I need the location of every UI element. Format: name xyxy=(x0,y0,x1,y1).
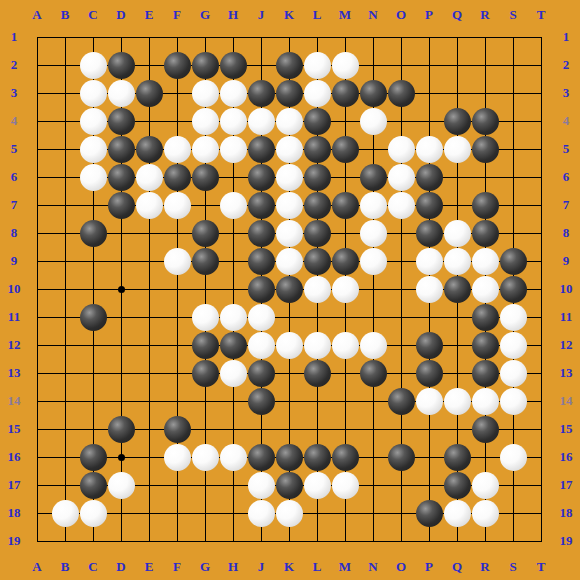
white-stone xyxy=(80,80,107,107)
white-stone xyxy=(444,220,471,247)
white-stone xyxy=(248,332,275,359)
hoshi-point xyxy=(118,286,125,293)
black-stone xyxy=(416,164,443,191)
coordinate-label-col-F: F xyxy=(165,7,189,23)
white-stone xyxy=(164,136,191,163)
black-stone xyxy=(192,332,219,359)
white-stone xyxy=(304,276,331,303)
white-stone xyxy=(360,192,387,219)
coordinate-label-col-A: A xyxy=(25,7,49,23)
white-stone xyxy=(500,304,527,331)
white-stone xyxy=(444,388,471,415)
black-stone xyxy=(80,444,107,471)
coordinate-label-row-8: 8 xyxy=(2,225,26,241)
coordinate-label-row-19: 19 xyxy=(554,533,578,549)
white-stone xyxy=(108,472,135,499)
go-app-window: AABBCCDDEEFFGGHHJJKKLLMMNNOOPPQQRRSSTT11… xyxy=(0,0,580,580)
white-stone xyxy=(80,164,107,191)
white-stone xyxy=(80,52,107,79)
white-stone xyxy=(500,360,527,387)
coordinate-label-row-10: 10 xyxy=(554,281,578,297)
coordinate-label-row-7: 7 xyxy=(2,197,26,213)
white-stone xyxy=(304,332,331,359)
black-stone xyxy=(416,500,443,527)
black-stone xyxy=(332,136,359,163)
black-stone xyxy=(248,444,275,471)
black-stone xyxy=(304,248,331,275)
coordinate-label-row-18: 18 xyxy=(554,505,578,521)
white-stone xyxy=(164,444,191,471)
coordinate-label-col-S: S xyxy=(501,559,525,575)
black-stone xyxy=(472,220,499,247)
black-stone xyxy=(360,360,387,387)
white-stone xyxy=(500,444,527,471)
black-stone xyxy=(248,276,275,303)
white-stone xyxy=(332,276,359,303)
black-stone xyxy=(472,192,499,219)
white-stone xyxy=(472,248,499,275)
coordinate-label-col-O: O xyxy=(389,7,413,23)
white-stone xyxy=(332,52,359,79)
coordinate-label-row-14: 14 xyxy=(554,393,578,409)
black-stone xyxy=(416,192,443,219)
coordinate-label-col-H: H xyxy=(221,7,245,23)
black-stone xyxy=(332,248,359,275)
coordinate-label-col-K: K xyxy=(277,559,301,575)
white-stone xyxy=(388,192,415,219)
white-stone xyxy=(192,304,219,331)
black-stone xyxy=(332,192,359,219)
black-stone xyxy=(500,276,527,303)
white-stone xyxy=(276,108,303,135)
white-stone xyxy=(220,192,247,219)
white-stone xyxy=(444,248,471,275)
black-stone xyxy=(108,164,135,191)
black-stone xyxy=(136,80,163,107)
coordinate-label-col-G: G xyxy=(193,7,217,23)
white-stone xyxy=(220,136,247,163)
black-stone xyxy=(248,220,275,247)
black-stone xyxy=(164,52,191,79)
coordinate-label-col-R: R xyxy=(473,559,497,575)
coordinate-label-row-13: 13 xyxy=(554,365,578,381)
white-stone xyxy=(136,192,163,219)
coordinate-label-row-1: 1 xyxy=(2,29,26,45)
white-stone xyxy=(136,164,163,191)
black-stone xyxy=(472,360,499,387)
white-stone xyxy=(192,108,219,135)
coordinate-label-col-L: L xyxy=(305,559,329,575)
coordinate-label-col-H: H xyxy=(221,559,245,575)
coordinate-label-col-S: S xyxy=(501,7,525,23)
coordinate-label-row-9: 9 xyxy=(2,253,26,269)
coordinate-label-row-10: 10 xyxy=(2,281,26,297)
white-stone xyxy=(472,472,499,499)
white-stone xyxy=(416,248,443,275)
white-stone xyxy=(276,136,303,163)
white-stone xyxy=(52,500,79,527)
coordinate-label-col-K: K xyxy=(277,7,301,23)
black-stone xyxy=(276,444,303,471)
black-stone xyxy=(472,332,499,359)
white-stone xyxy=(192,80,219,107)
coordinate-label-col-D: D xyxy=(109,7,133,23)
black-stone xyxy=(276,276,303,303)
coordinate-label-row-15: 15 xyxy=(2,421,26,437)
white-stone xyxy=(220,304,247,331)
black-stone xyxy=(164,416,191,443)
black-stone xyxy=(248,248,275,275)
black-stone xyxy=(248,80,275,107)
white-stone xyxy=(248,472,275,499)
coordinate-label-col-M: M xyxy=(333,7,357,23)
black-stone xyxy=(416,332,443,359)
coordinate-label-row-9: 9 xyxy=(554,253,578,269)
black-stone xyxy=(192,52,219,79)
coordinate-label-col-T: T xyxy=(529,559,553,575)
white-stone xyxy=(360,248,387,275)
black-stone xyxy=(80,220,107,247)
black-stone xyxy=(388,388,415,415)
black-stone xyxy=(108,136,135,163)
black-stone xyxy=(472,416,499,443)
black-stone xyxy=(304,192,331,219)
white-stone xyxy=(388,136,415,163)
black-stone xyxy=(500,248,527,275)
black-stone xyxy=(108,108,135,135)
white-stone xyxy=(276,220,303,247)
black-stone xyxy=(304,444,331,471)
white-stone xyxy=(220,108,247,135)
coordinate-label-col-C: C xyxy=(81,7,105,23)
coordinate-label-col-G: G xyxy=(193,559,217,575)
coordinate-label-col-Q: Q xyxy=(445,559,469,575)
white-stone xyxy=(388,164,415,191)
black-stone xyxy=(220,332,247,359)
white-stone xyxy=(220,444,247,471)
white-stone xyxy=(276,500,303,527)
coordinate-label-col-L: L xyxy=(305,7,329,23)
white-stone xyxy=(220,80,247,107)
coordinate-label-row-4: 4 xyxy=(554,113,578,129)
black-stone xyxy=(332,444,359,471)
coordinate-label-row-7: 7 xyxy=(554,197,578,213)
coordinate-label-col-N: N xyxy=(361,559,385,575)
black-stone xyxy=(388,444,415,471)
white-stone xyxy=(164,192,191,219)
coordinate-label-col-B: B xyxy=(53,7,77,23)
black-stone xyxy=(108,192,135,219)
white-stone xyxy=(276,332,303,359)
coordinate-label-row-17: 17 xyxy=(554,477,578,493)
coordinate-label-row-13: 13 xyxy=(2,365,26,381)
black-stone xyxy=(472,108,499,135)
black-stone xyxy=(248,164,275,191)
black-stone xyxy=(248,192,275,219)
black-stone xyxy=(248,388,275,415)
black-stone xyxy=(276,472,303,499)
coordinate-label-col-N: N xyxy=(361,7,385,23)
black-stone xyxy=(416,220,443,247)
black-stone xyxy=(472,136,499,163)
white-stone xyxy=(276,192,303,219)
white-stone xyxy=(80,500,107,527)
coordinate-label-row-12: 12 xyxy=(2,337,26,353)
coordinate-label-col-Q: Q xyxy=(445,7,469,23)
white-stone xyxy=(192,444,219,471)
coordinate-label-col-J: J xyxy=(249,7,273,23)
white-stone xyxy=(472,388,499,415)
coordinate-label-row-6: 6 xyxy=(554,169,578,185)
white-stone xyxy=(248,304,275,331)
coordinate-label-row-6: 6 xyxy=(2,169,26,185)
black-stone xyxy=(248,360,275,387)
coordinate-label-col-M: M xyxy=(333,559,357,575)
black-stone xyxy=(108,52,135,79)
coordinate-label-col-J: J xyxy=(249,559,273,575)
white-stone xyxy=(416,388,443,415)
coordinate-label-row-17: 17 xyxy=(2,477,26,493)
white-stone xyxy=(248,108,275,135)
coordinate-label-row-11: 11 xyxy=(554,309,578,325)
white-stone xyxy=(276,248,303,275)
white-stone xyxy=(332,332,359,359)
black-stone xyxy=(192,164,219,191)
coordinate-label-row-18: 18 xyxy=(2,505,26,521)
coordinate-label-col-E: E xyxy=(137,559,161,575)
white-stone xyxy=(108,80,135,107)
coordinate-label-col-P: P xyxy=(417,559,441,575)
coordinate-label-row-2: 2 xyxy=(554,57,578,73)
coordinate-label-row-4: 4 xyxy=(2,113,26,129)
black-stone xyxy=(304,136,331,163)
white-stone xyxy=(360,220,387,247)
black-stone xyxy=(108,416,135,443)
coordinate-label-col-E: E xyxy=(137,7,161,23)
white-stone xyxy=(332,472,359,499)
coordinate-label-row-8: 8 xyxy=(554,225,578,241)
hoshi-point xyxy=(118,454,125,461)
black-stone xyxy=(136,136,163,163)
coordinate-label-row-14: 14 xyxy=(2,393,26,409)
black-stone xyxy=(304,360,331,387)
coordinate-label-col-D: D xyxy=(109,559,133,575)
coordinate-label-col-A: A xyxy=(25,559,49,575)
grid-line xyxy=(37,541,542,542)
white-stone xyxy=(248,500,275,527)
black-stone xyxy=(332,80,359,107)
black-stone xyxy=(360,80,387,107)
coordinate-label-row-2: 2 xyxy=(2,57,26,73)
coordinate-label-col-B: B xyxy=(53,559,77,575)
white-stone xyxy=(276,164,303,191)
coordinate-label-col-P: P xyxy=(417,7,441,23)
coordinate-label-row-16: 16 xyxy=(554,449,578,465)
black-stone xyxy=(444,444,471,471)
coordinate-label-col-R: R xyxy=(473,7,497,23)
grid-line xyxy=(541,37,542,542)
white-stone xyxy=(360,332,387,359)
coordinate-label-row-16: 16 xyxy=(2,449,26,465)
black-stone xyxy=(276,52,303,79)
black-stone xyxy=(444,276,471,303)
black-stone xyxy=(80,472,107,499)
grid-line xyxy=(37,317,542,318)
white-stone xyxy=(220,360,247,387)
grid-line xyxy=(37,373,542,374)
white-stone xyxy=(472,500,499,527)
black-stone xyxy=(304,164,331,191)
black-stone xyxy=(248,136,275,163)
white-stone xyxy=(304,80,331,107)
white-stone xyxy=(444,136,471,163)
black-stone xyxy=(192,248,219,275)
white-stone xyxy=(304,472,331,499)
white-stone xyxy=(164,248,191,275)
black-stone xyxy=(416,360,443,387)
white-stone xyxy=(416,136,443,163)
coordinate-label-col-T: T xyxy=(529,7,553,23)
black-stone xyxy=(304,220,331,247)
coordinate-label-row-12: 12 xyxy=(554,337,578,353)
white-stone xyxy=(444,500,471,527)
coordinate-label-col-C: C xyxy=(81,559,105,575)
black-stone xyxy=(444,108,471,135)
black-stone xyxy=(164,164,191,191)
white-stone xyxy=(192,136,219,163)
white-stone xyxy=(80,136,107,163)
black-stone xyxy=(388,80,415,107)
black-stone xyxy=(360,164,387,191)
coordinate-label-row-11: 11 xyxy=(2,309,26,325)
white-stone xyxy=(500,388,527,415)
coordinate-label-row-19: 19 xyxy=(2,533,26,549)
black-stone xyxy=(220,52,247,79)
black-stone xyxy=(80,304,107,331)
coordinate-label-row-15: 15 xyxy=(554,421,578,437)
white-stone xyxy=(304,52,331,79)
coordinate-label-col-F: F xyxy=(165,559,189,575)
black-stone xyxy=(276,80,303,107)
white-stone xyxy=(80,108,107,135)
go-board[interactable]: AABBCCDDEEFFGGHHJJKKLLMMNNOOPPQQRRSSTT11… xyxy=(0,0,580,580)
coordinate-label-row-1: 1 xyxy=(554,29,578,45)
black-stone xyxy=(472,304,499,331)
coordinate-label-row-3: 3 xyxy=(554,85,578,101)
white-stone xyxy=(416,276,443,303)
black-stone xyxy=(304,108,331,135)
coordinate-label-row-3: 3 xyxy=(2,85,26,101)
black-stone xyxy=(192,220,219,247)
coordinate-label-row-5: 5 xyxy=(2,141,26,157)
white-stone xyxy=(500,332,527,359)
black-stone xyxy=(192,360,219,387)
coordinate-label-row-5: 5 xyxy=(554,141,578,157)
coordinate-label-col-O: O xyxy=(389,559,413,575)
white-stone xyxy=(360,108,387,135)
black-stone xyxy=(444,472,471,499)
white-stone xyxy=(472,276,499,303)
